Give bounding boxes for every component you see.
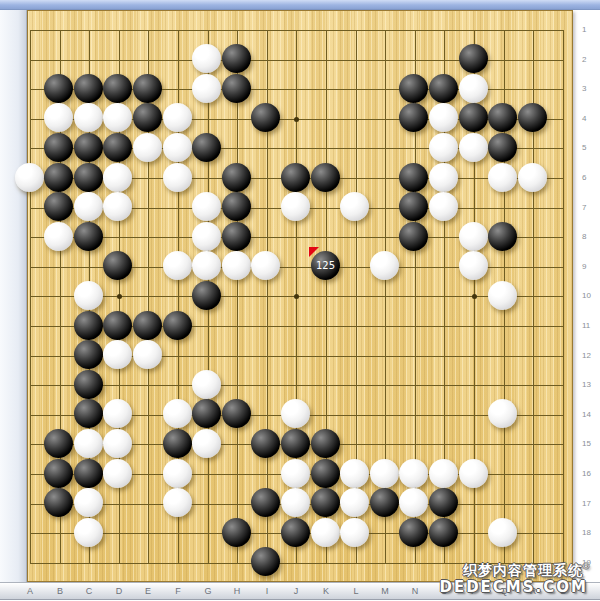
black-stone xyxy=(370,488,399,517)
black-stone xyxy=(429,488,458,517)
white-stone xyxy=(103,429,132,458)
black-stone xyxy=(281,163,310,192)
white-stone xyxy=(340,488,369,517)
white-stone xyxy=(370,459,399,488)
black-stone: 125 xyxy=(311,251,340,280)
column-label: A xyxy=(20,586,40,596)
black-stone xyxy=(192,133,221,162)
black-stone xyxy=(44,74,73,103)
column-label: E xyxy=(138,586,158,596)
black-stone xyxy=(103,251,132,280)
black-stone xyxy=(222,74,251,103)
black-stone xyxy=(44,459,73,488)
black-stone xyxy=(74,74,103,103)
white-stone xyxy=(74,429,103,458)
white-stone xyxy=(44,103,73,132)
column-label: F xyxy=(168,586,188,596)
column-label: L xyxy=(346,586,366,596)
row-label: 1 xyxy=(582,25,600,35)
white-stone xyxy=(399,459,428,488)
black-stone xyxy=(399,103,428,132)
white-stone xyxy=(163,399,192,428)
black-stone xyxy=(488,222,517,251)
row-label: 11 xyxy=(582,321,600,331)
white-stone xyxy=(103,340,132,369)
black-stone xyxy=(311,429,340,458)
white-stone xyxy=(251,251,280,280)
row-label: 4 xyxy=(582,114,600,124)
star-point xyxy=(472,294,477,299)
white-stone xyxy=(163,488,192,517)
black-stone xyxy=(192,399,221,428)
white-stone xyxy=(488,518,517,547)
white-stone xyxy=(74,518,103,547)
white-stone xyxy=(103,103,132,132)
black-stone xyxy=(44,133,73,162)
white-stone xyxy=(429,133,458,162)
column-label: M xyxy=(375,586,395,596)
black-stone xyxy=(74,399,103,428)
column-label: J xyxy=(286,586,306,596)
white-stone xyxy=(429,192,458,221)
row-label: 12 xyxy=(582,351,600,361)
black-stone xyxy=(429,74,458,103)
row-label: 17 xyxy=(582,499,600,509)
white-stone xyxy=(192,222,221,251)
white-stone xyxy=(311,518,340,547)
white-stone xyxy=(518,163,547,192)
move-number-label: 125 xyxy=(311,251,340,280)
row-label: 10 xyxy=(582,291,600,301)
grid-line-vertical xyxy=(563,30,564,564)
column-label: G xyxy=(198,586,218,596)
column-label: N xyxy=(405,586,425,596)
black-stone xyxy=(163,311,192,340)
black-stone xyxy=(74,133,103,162)
black-stone xyxy=(459,44,488,73)
white-stone xyxy=(103,399,132,428)
white-stone xyxy=(163,251,192,280)
column-label: D xyxy=(109,586,129,596)
black-stone xyxy=(311,488,340,517)
black-stone xyxy=(429,518,458,547)
white-stone xyxy=(429,163,458,192)
black-stone xyxy=(251,547,280,576)
black-stone xyxy=(74,459,103,488)
black-stone xyxy=(222,163,251,192)
white-stone xyxy=(340,459,369,488)
black-stone xyxy=(103,133,132,162)
white-stone xyxy=(399,488,428,517)
white-stone xyxy=(340,192,369,221)
black-stone xyxy=(103,74,132,103)
black-stone xyxy=(311,459,340,488)
white-stone xyxy=(192,192,221,221)
row-label: 18 xyxy=(582,528,600,538)
white-stone xyxy=(281,192,310,221)
registered-mark: ® xyxy=(583,562,590,571)
white-stone xyxy=(488,281,517,310)
white-stone xyxy=(163,133,192,162)
white-stone xyxy=(192,429,221,458)
black-stone xyxy=(222,399,251,428)
white-stone xyxy=(103,459,132,488)
black-stone xyxy=(459,103,488,132)
grid-line-vertical xyxy=(237,30,238,564)
row-label: 5 xyxy=(582,143,600,153)
row-label: 8 xyxy=(582,232,600,242)
black-stone xyxy=(133,74,162,103)
star-point xyxy=(294,294,299,299)
white-stone xyxy=(459,222,488,251)
black-stone xyxy=(133,103,162,132)
black-stone xyxy=(44,192,73,221)
black-stone xyxy=(251,488,280,517)
black-stone xyxy=(163,429,192,458)
black-stone xyxy=(133,311,162,340)
column-label: I xyxy=(257,586,277,596)
row-label: 13 xyxy=(582,380,600,390)
white-stone xyxy=(222,251,251,280)
white-stone xyxy=(74,488,103,517)
column-label: H xyxy=(227,586,247,596)
white-stone xyxy=(163,459,192,488)
white-stone xyxy=(74,103,103,132)
grid-line-horizontal xyxy=(30,385,564,386)
white-stone xyxy=(429,459,458,488)
row-label: 6 xyxy=(582,173,600,183)
white-stone xyxy=(340,518,369,547)
black-stone xyxy=(103,311,132,340)
black-stone xyxy=(44,429,73,458)
black-stone xyxy=(222,44,251,73)
black-stone xyxy=(74,222,103,251)
white-stone xyxy=(15,163,44,192)
star-point xyxy=(117,294,122,299)
black-stone xyxy=(222,518,251,547)
white-stone xyxy=(192,74,221,103)
black-stone xyxy=(74,163,103,192)
white-stone xyxy=(103,163,132,192)
row-label: 9 xyxy=(582,262,600,272)
left-margin xyxy=(0,10,27,582)
white-stone xyxy=(281,488,310,517)
white-stone xyxy=(459,251,488,280)
white-stone xyxy=(133,340,162,369)
black-stone xyxy=(311,163,340,192)
white-stone xyxy=(459,74,488,103)
white-stone xyxy=(281,399,310,428)
row-label: 15 xyxy=(582,439,600,449)
black-stone xyxy=(192,281,221,310)
black-stone xyxy=(251,103,280,132)
white-stone xyxy=(192,44,221,73)
watermark-text-url: DEDECMS.COM xyxy=(439,578,588,596)
white-stone xyxy=(44,222,73,251)
star-point xyxy=(294,117,299,122)
white-stone xyxy=(459,459,488,488)
black-stone xyxy=(222,222,251,251)
white-stone xyxy=(133,133,162,162)
black-stone xyxy=(399,222,428,251)
white-stone xyxy=(429,103,458,132)
row-label: 3 xyxy=(582,84,600,94)
black-stone xyxy=(74,370,103,399)
go-game-window: 125 12345678910111213141516171819ABCDEFG… xyxy=(0,0,600,601)
grid-line-horizontal xyxy=(30,30,564,31)
row-label: 2 xyxy=(582,55,600,65)
black-stone xyxy=(74,340,103,369)
white-stone xyxy=(163,103,192,132)
white-stone xyxy=(163,163,192,192)
row-label: 14 xyxy=(582,410,600,420)
white-stone xyxy=(281,459,310,488)
black-stone xyxy=(399,163,428,192)
white-stone xyxy=(488,163,517,192)
black-stone xyxy=(281,429,310,458)
black-stone xyxy=(44,488,73,517)
column-label: B xyxy=(50,586,70,596)
white-stone xyxy=(74,192,103,221)
column-label: K xyxy=(316,586,336,596)
row-label: 7 xyxy=(582,203,600,213)
black-stone xyxy=(281,518,310,547)
black-stone xyxy=(488,103,517,132)
black-stone xyxy=(44,163,73,192)
black-stone xyxy=(251,429,280,458)
white-stone xyxy=(370,251,399,280)
white-stone xyxy=(192,251,221,280)
column-label: C xyxy=(79,586,99,596)
black-stone xyxy=(399,74,428,103)
black-stone xyxy=(518,103,547,132)
white-stone xyxy=(459,133,488,162)
black-stone xyxy=(399,518,428,547)
black-stone xyxy=(222,192,251,221)
white-stone xyxy=(488,399,517,428)
row-label: 16 xyxy=(582,469,600,479)
window-title-bar xyxy=(0,0,600,10)
white-stone xyxy=(103,192,132,221)
black-stone xyxy=(74,311,103,340)
white-stone xyxy=(192,370,221,399)
grid-line-vertical xyxy=(30,30,31,564)
white-stone xyxy=(74,281,103,310)
black-stone xyxy=(488,133,517,162)
black-stone xyxy=(399,192,428,221)
